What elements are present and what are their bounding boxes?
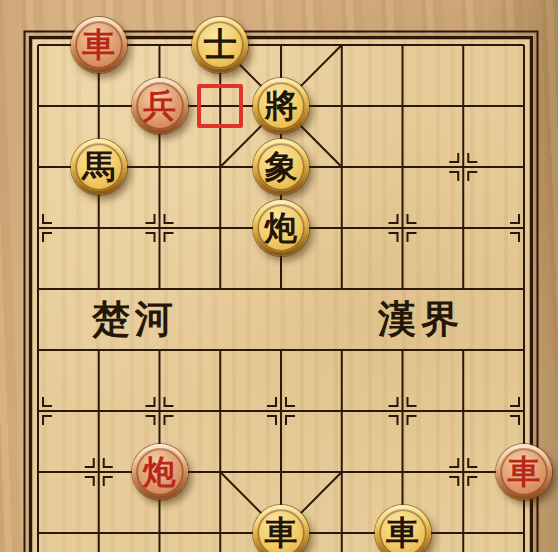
star-point	[449, 172, 458, 181]
piece-face: 士	[196, 21, 244, 69]
star-point	[389, 233, 398, 242]
star-point	[510, 397, 519, 406]
star-point	[267, 397, 276, 406]
piece-face: 車	[257, 509, 305, 552]
piece-glyph: 馬	[82, 150, 115, 183]
star-point	[389, 397, 398, 406]
star-point	[510, 214, 519, 223]
piece-face: 象	[257, 143, 305, 191]
star-point	[165, 233, 174, 242]
piece-black-chariot-g9[interactable]: 車	[375, 505, 431, 552]
piece-red-chariot-b1[interactable]: 車	[71, 17, 127, 73]
star-point	[449, 153, 458, 162]
star-point	[468, 153, 477, 162]
star-point	[286, 397, 295, 406]
piece-glyph: 象	[265, 150, 298, 183]
piece-red-chariot-i8[interactable]: 車	[496, 444, 552, 500]
star-point	[43, 397, 52, 406]
piece-black-horse-b3[interactable]: 馬	[71, 139, 127, 195]
piece-glyph: 將	[265, 89, 298, 122]
piece-face: 將	[257, 82, 305, 130]
piece-glyph: 士	[204, 28, 237, 61]
piece-face: 馬	[75, 143, 123, 191]
star-point	[104, 477, 113, 486]
piece-black-chariot-e9[interactable]: 車	[253, 505, 309, 552]
piece-black-elephant-e3[interactable]: 象	[253, 139, 309, 195]
star-point	[85, 477, 94, 486]
star-point	[468, 477, 477, 486]
piece-red-cannon-c8[interactable]: 炮	[132, 444, 188, 500]
star-point	[510, 233, 519, 242]
star-point	[468, 172, 477, 181]
piece-face: 兵	[136, 82, 184, 130]
star-point	[165, 397, 174, 406]
star-point	[408, 233, 417, 242]
star-point	[43, 416, 52, 425]
star-point	[286, 416, 295, 425]
star-point	[389, 214, 398, 223]
star-point	[267, 416, 276, 425]
piece-glyph: 車	[265, 516, 298, 549]
piece-face: 車	[75, 21, 123, 69]
star-point	[165, 416, 174, 425]
piece-face: 車	[379, 509, 427, 552]
piece-face: 炮	[257, 204, 305, 252]
river-label-han-jie: 漢界	[336, 295, 506, 345]
piece-glyph: 車	[386, 516, 419, 549]
piece-glyph: 炮	[265, 211, 298, 244]
piece-glyph: 兵	[143, 89, 176, 122]
star-point	[510, 416, 519, 425]
last-move-marker	[197, 84, 243, 128]
piece-black-advisor-d1[interactable]: 士	[192, 17, 248, 73]
star-point	[43, 214, 52, 223]
piece-face: 炮	[136, 448, 184, 496]
star-point	[389, 416, 398, 425]
piece-face: 車	[500, 448, 548, 496]
river-label-chu-he: 楚河	[50, 295, 220, 345]
star-point	[408, 416, 417, 425]
star-point	[408, 397, 417, 406]
piece-black-cannon-e4[interactable]: 炮	[253, 200, 309, 256]
star-point	[43, 233, 52, 242]
piece-glyph: 車	[508, 455, 541, 488]
star-point	[165, 214, 174, 223]
piece-glyph: 車	[82, 28, 115, 61]
xiangqi-app-screen: 楚河 漢界 車士兵將馬象炮炮車車車	[0, 0, 558, 552]
star-point	[146, 233, 155, 242]
star-point	[408, 214, 417, 223]
star-point	[104, 458, 113, 467]
star-point	[449, 458, 458, 467]
star-point	[146, 214, 155, 223]
star-point	[449, 477, 458, 486]
star-point	[146, 397, 155, 406]
piece-red-soldier-c2[interactable]: 兵	[132, 78, 188, 134]
piece-glyph: 炮	[143, 455, 176, 488]
star-point	[146, 416, 155, 425]
star-point	[468, 458, 477, 467]
piece-black-general-e2[interactable]: 將	[253, 78, 309, 134]
star-point	[85, 458, 94, 467]
